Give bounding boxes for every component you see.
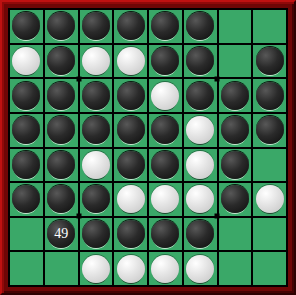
white-disc bbox=[256, 185, 284, 213]
cell-e4[interactable] bbox=[149, 114, 182, 147]
white-disc bbox=[82, 151, 110, 179]
cell-e8[interactable] bbox=[149, 252, 182, 285]
black-disc bbox=[117, 82, 145, 110]
cell-h1[interactable] bbox=[253, 10, 286, 43]
black-disc bbox=[256, 47, 284, 75]
black-disc bbox=[117, 12, 145, 40]
white-disc bbox=[117, 47, 145, 75]
cell-g6[interactable] bbox=[219, 183, 252, 216]
cell-d2[interactable] bbox=[114, 45, 147, 78]
cell-d4[interactable] bbox=[114, 114, 147, 147]
cell-c4[interactable] bbox=[80, 114, 113, 147]
black-disc bbox=[117, 220, 145, 248]
black-disc bbox=[221, 151, 249, 179]
cell-c3[interactable] bbox=[80, 79, 113, 112]
cell-f7[interactable] bbox=[184, 218, 217, 251]
cell-d5[interactable] bbox=[114, 149, 147, 182]
black-disc-last-move: 49 bbox=[47, 220, 75, 248]
cell-c1[interactable] bbox=[80, 10, 113, 43]
black-disc bbox=[151, 116, 179, 144]
black-disc bbox=[82, 12, 110, 40]
cell-f5[interactable] bbox=[184, 149, 217, 182]
black-disc bbox=[256, 82, 284, 110]
black-disc bbox=[47, 151, 75, 179]
cell-b3[interactable] bbox=[45, 79, 78, 112]
white-disc bbox=[82, 47, 110, 75]
black-disc bbox=[151, 220, 179, 248]
black-disc bbox=[151, 47, 179, 75]
star-point-bottom-left bbox=[77, 214, 82, 219]
cell-f6[interactable] bbox=[184, 183, 217, 216]
cell-d8[interactable] bbox=[114, 252, 147, 285]
cell-a4[interactable] bbox=[10, 114, 43, 147]
cell-g4[interactable] bbox=[219, 114, 252, 147]
cell-b1[interactable] bbox=[45, 10, 78, 43]
cell-f1[interactable] bbox=[184, 10, 217, 43]
cell-a7[interactable] bbox=[10, 218, 43, 251]
black-disc bbox=[186, 220, 214, 248]
board-frame: 49 bbox=[0, 0, 296, 295]
white-disc bbox=[151, 185, 179, 213]
othello-board: 49 bbox=[8, 8, 288, 287]
black-disc bbox=[256, 116, 284, 144]
cell-c5[interactable] bbox=[80, 149, 113, 182]
white-disc bbox=[186, 255, 214, 283]
cell-c2[interactable] bbox=[80, 45, 113, 78]
cell-e6[interactable] bbox=[149, 183, 182, 216]
white-disc bbox=[186, 116, 214, 144]
move-number-label: 49 bbox=[54, 227, 68, 241]
cell-g3[interactable] bbox=[219, 79, 252, 112]
cell-g2[interactable] bbox=[219, 45, 252, 78]
black-disc bbox=[221, 116, 249, 144]
cell-e3[interactable] bbox=[149, 79, 182, 112]
black-disc bbox=[12, 151, 40, 179]
white-disc bbox=[151, 255, 179, 283]
white-disc bbox=[186, 151, 214, 179]
cell-g8[interactable] bbox=[219, 252, 252, 285]
black-disc bbox=[12, 12, 40, 40]
cell-d1[interactable] bbox=[114, 10, 147, 43]
cell-d3[interactable] bbox=[114, 79, 147, 112]
cell-e7[interactable] bbox=[149, 218, 182, 251]
cell-f2[interactable] bbox=[184, 45, 217, 78]
black-disc bbox=[82, 82, 110, 110]
cell-c6[interactable] bbox=[80, 183, 113, 216]
star-point-top-left bbox=[77, 76, 82, 81]
black-disc bbox=[12, 185, 40, 213]
black-disc bbox=[82, 185, 110, 213]
cell-b2[interactable] bbox=[45, 45, 78, 78]
cell-f4[interactable] bbox=[184, 114, 217, 147]
cell-b7[interactable]: 49 bbox=[45, 218, 78, 251]
black-disc bbox=[186, 47, 214, 75]
black-disc bbox=[151, 151, 179, 179]
cell-d6[interactable] bbox=[114, 183, 147, 216]
cell-a1[interactable] bbox=[10, 10, 43, 43]
cell-h7[interactable] bbox=[253, 218, 286, 251]
black-disc bbox=[186, 82, 214, 110]
white-disc bbox=[151, 82, 179, 110]
cell-g1[interactable] bbox=[219, 10, 252, 43]
cell-a3[interactable] bbox=[10, 79, 43, 112]
black-disc bbox=[47, 12, 75, 40]
white-disc bbox=[117, 185, 145, 213]
white-disc bbox=[12, 47, 40, 75]
cell-b8[interactable] bbox=[45, 252, 78, 285]
white-disc bbox=[186, 185, 214, 213]
black-disc bbox=[117, 151, 145, 179]
black-disc bbox=[221, 82, 249, 110]
black-disc bbox=[186, 12, 214, 40]
cell-b4[interactable] bbox=[45, 114, 78, 147]
cell-g5[interactable] bbox=[219, 149, 252, 182]
black-disc bbox=[47, 82, 75, 110]
cell-h5[interactable] bbox=[253, 149, 286, 182]
cell-h4[interactable] bbox=[253, 114, 286, 147]
cell-h6[interactable] bbox=[253, 183, 286, 216]
cell-e5[interactable] bbox=[149, 149, 182, 182]
white-disc bbox=[117, 255, 145, 283]
cell-e2[interactable] bbox=[149, 45, 182, 78]
black-disc bbox=[47, 185, 75, 213]
cell-h2[interactable] bbox=[253, 45, 286, 78]
white-disc bbox=[82, 255, 110, 283]
black-disc bbox=[47, 47, 75, 75]
cell-d7[interactable] bbox=[114, 218, 147, 251]
black-disc bbox=[47, 116, 75, 144]
cell-a8[interactable] bbox=[10, 252, 43, 285]
black-disc bbox=[82, 116, 110, 144]
black-disc bbox=[12, 82, 40, 110]
cell-c8[interactable] bbox=[80, 252, 113, 285]
cell-a5[interactable] bbox=[10, 149, 43, 182]
board-cells: 49 bbox=[10, 10, 286, 285]
black-disc bbox=[82, 220, 110, 248]
cell-f8[interactable] bbox=[184, 252, 217, 285]
cell-f3[interactable] bbox=[184, 79, 217, 112]
cell-a2[interactable] bbox=[10, 45, 43, 78]
star-point-bottom-right bbox=[215, 214, 220, 219]
black-disc bbox=[221, 185, 249, 213]
cell-b5[interactable] bbox=[45, 149, 78, 182]
black-disc bbox=[151, 12, 179, 40]
black-disc bbox=[117, 116, 145, 144]
black-disc bbox=[12, 116, 40, 144]
cell-g7[interactable] bbox=[219, 218, 252, 251]
cell-c7[interactable] bbox=[80, 218, 113, 251]
cell-e1[interactable] bbox=[149, 10, 182, 43]
cell-h8[interactable] bbox=[253, 252, 286, 285]
cell-h3[interactable] bbox=[253, 79, 286, 112]
cell-a6[interactable] bbox=[10, 183, 43, 216]
star-point-top-right bbox=[215, 76, 220, 81]
cell-b6[interactable] bbox=[45, 183, 78, 216]
